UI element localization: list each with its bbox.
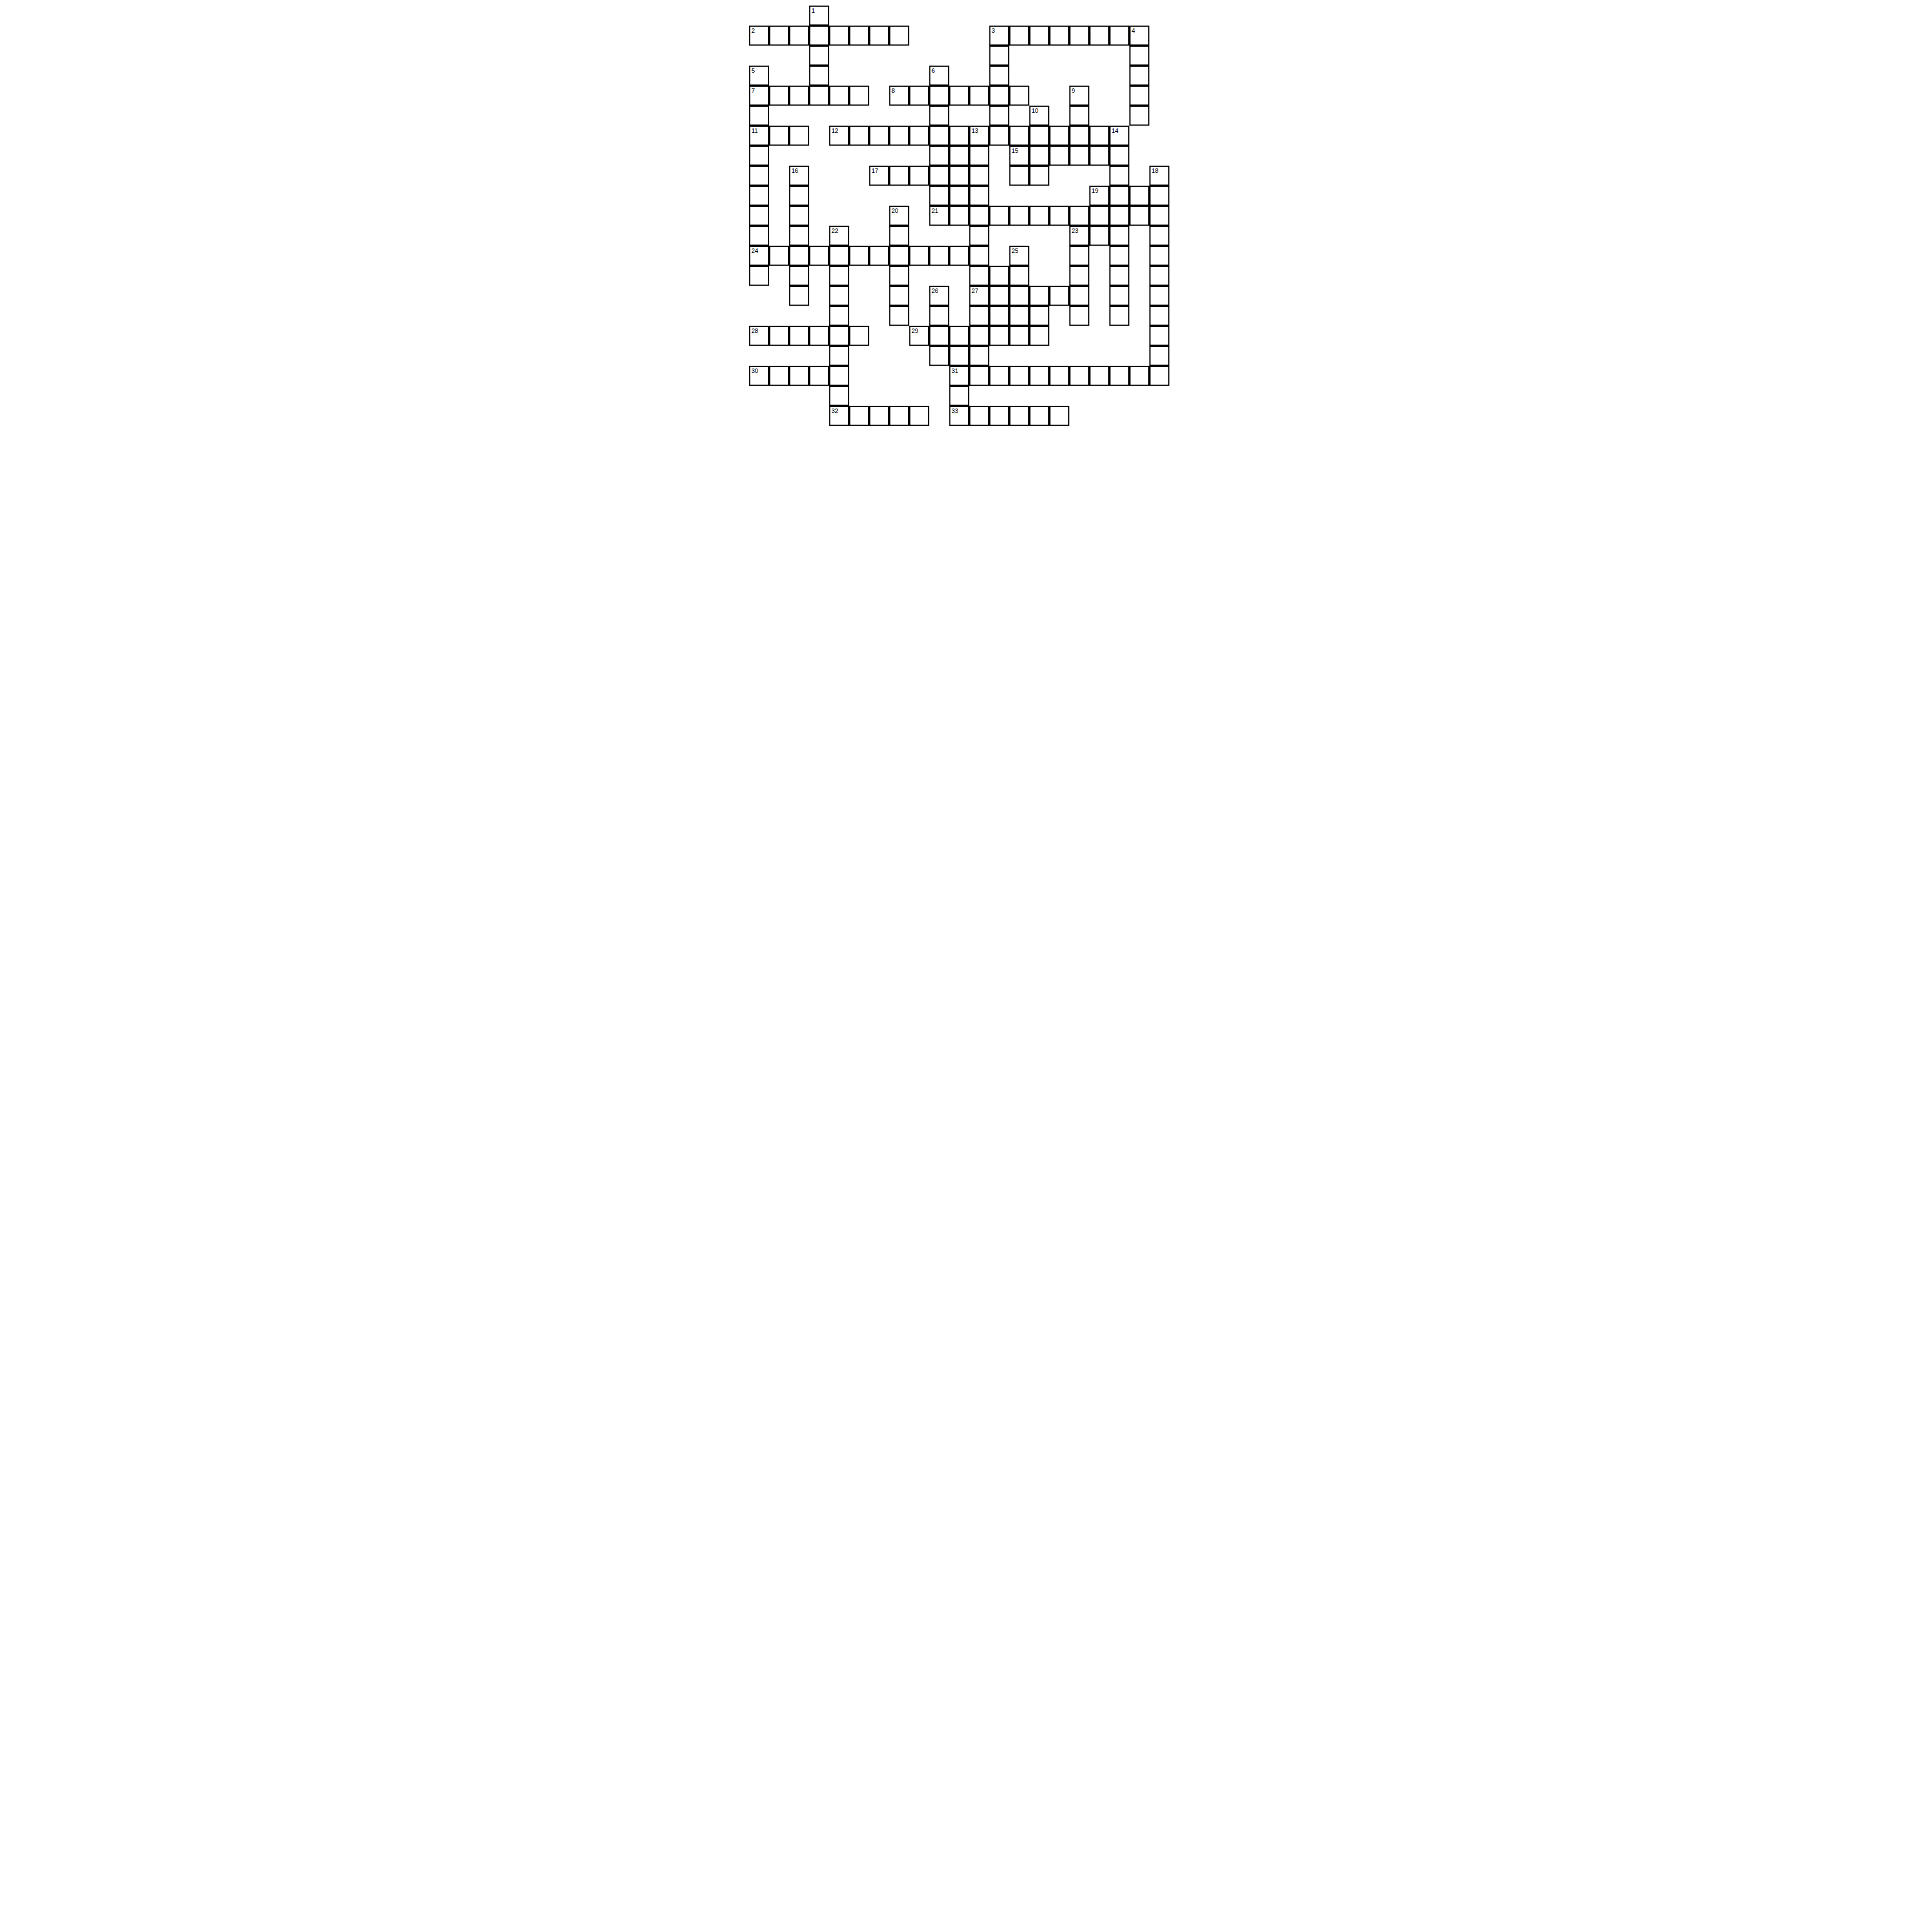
cell-r2c12[interactable]: [989, 46, 1009, 66]
cell-r8c2[interactable]: 16: [789, 166, 809, 186]
cell-r10c0[interactable]: [749, 206, 769, 226]
block-r5c17: [1089, 106, 1109, 126]
block-r14c6: [869, 286, 889, 306]
cell-r10c17[interactable]: [1089, 206, 1109, 226]
cell-r0c3[interactable]: 1: [809, 6, 829, 26]
block-r7c1: [769, 146, 789, 166]
cell-r10c20[interactable]: [1149, 206, 1169, 226]
cell-r14c15[interactable]: [1049, 286, 1069, 306]
cell-r1c16[interactable]: [1069, 26, 1089, 46]
cell-r11c11[interactable]: [969, 226, 989, 246]
cell-r18c20[interactable]: [1149, 366, 1169, 386]
cell-r15c11[interactable]: [969, 306, 989, 326]
cell-r1c12[interactable]: 3: [989, 26, 1009, 46]
cell-r7c17[interactable]: [1089, 146, 1109, 166]
cell-r1c15[interactable]: [1049, 26, 1069, 46]
cell-r12c9[interactable]: [929, 246, 949, 266]
block-r15c2: [789, 306, 809, 326]
cell-r20c13[interactable]: [1009, 406, 1029, 426]
block-r2c1: [769, 46, 789, 66]
cell-r19c10[interactable]: [949, 386, 969, 406]
block-r12c15: [1049, 246, 1069, 266]
cell-r5c19[interactable]: [1129, 106, 1149, 126]
cell-r8c0[interactable]: [749, 166, 769, 186]
cell-r4c7[interactable]: 8: [889, 86, 909, 106]
cell-r4c9[interactable]: [929, 86, 949, 106]
block-r15c17: [1089, 306, 1109, 326]
block-r17c16: [1069, 346, 1089, 366]
cell-r16c4[interactable]: [829, 326, 849, 346]
cell-r7c16[interactable]: [1069, 146, 1089, 166]
cell-r9c0[interactable]: [749, 186, 769, 206]
block-r8c4: [829, 166, 849, 186]
cell-r4c12[interactable]: [989, 86, 1009, 106]
cell-r8c14[interactable]: [1029, 166, 1049, 186]
cell-r10c7[interactable]: 20: [889, 206, 909, 226]
cell-r6c5[interactable]: [849, 126, 869, 146]
cell-r10c13[interactable]: [1009, 206, 1029, 226]
cell-r1c14[interactable]: [1029, 26, 1049, 46]
block-r16c7: [889, 326, 909, 346]
cell-r7c11[interactable]: [969, 146, 989, 166]
cell-r17c4[interactable]: [829, 346, 849, 366]
block-r9c1: [769, 186, 789, 206]
block-r15c6: [869, 306, 889, 326]
cell-r9c20[interactable]: [1149, 186, 1169, 206]
block-r2c4: [829, 46, 849, 66]
block-r5c11: [969, 106, 989, 126]
cell-r18c10[interactable]: 31: [949, 366, 969, 386]
block-r19c6: [869, 386, 889, 406]
clue-number-18: 18: [1152, 167, 1158, 174]
cell-r8c10[interactable]: [949, 166, 969, 186]
cell-r6c0[interactable]: 11: [749, 126, 769, 146]
cell-r9c11[interactable]: [969, 186, 989, 206]
cell-r1c0[interactable]: 2: [749, 26, 769, 46]
block-r9c16: [1069, 186, 1089, 206]
cell-r12c16[interactable]: [1069, 246, 1089, 266]
cell-r17c20[interactable]: [1149, 346, 1169, 366]
cell-r13c18[interactable]: [1109, 266, 1129, 286]
cell-r1c19[interactable]: 4: [1129, 26, 1149, 46]
cell-r20c5[interactable]: [849, 406, 869, 426]
cell-r8c20[interactable]: 18: [1149, 166, 1169, 186]
cell-r14c4[interactable]: [829, 286, 849, 306]
cell-r13c2[interactable]: [789, 266, 809, 286]
cell-r10c2[interactable]: [789, 206, 809, 226]
cell-r7c13[interactable]: 15: [1009, 146, 1029, 166]
cell-r9c17[interactable]: 19: [1089, 186, 1109, 206]
block-r0c5: [849, 6, 869, 26]
cell-r14c7[interactable]: [889, 286, 909, 306]
cell-r15c4[interactable]: [829, 306, 849, 326]
cell-r10c10[interactable]: [949, 206, 969, 226]
cell-r6c18[interactable]: 14: [1109, 126, 1129, 146]
cell-r14c11[interactable]: 27: [969, 286, 989, 306]
cell-r1c2[interactable]: [789, 26, 809, 46]
block-r5c20: [1149, 106, 1169, 126]
cell-r6c4[interactable]: 12: [829, 126, 849, 146]
cell-r18c18[interactable]: [1109, 366, 1129, 386]
cell-r4c3[interactable]: [809, 86, 829, 106]
block-r3c14: [1029, 66, 1049, 86]
block-r2c5: [849, 46, 869, 66]
cell-r3c0[interactable]: 5: [749, 66, 769, 86]
cell-r20c8[interactable]: [909, 406, 929, 426]
block-r17c18: [1109, 346, 1129, 366]
cell-r10c19[interactable]: [1129, 206, 1149, 226]
cell-r16c10[interactable]: [949, 326, 969, 346]
cell-r14c16[interactable]: [1069, 286, 1089, 306]
cell-r6c9[interactable]: [929, 126, 949, 146]
cell-r10c16[interactable]: [1069, 206, 1089, 226]
cell-r20c14[interactable]: [1029, 406, 1049, 426]
cell-r15c12[interactable]: [989, 306, 1009, 326]
block-r0c14: [1029, 6, 1049, 26]
block-r3c16: [1069, 66, 1089, 86]
cell-r12c3[interactable]: [809, 246, 829, 266]
cell-r12c20[interactable]: [1149, 246, 1169, 266]
cell-r18c13[interactable]: [1009, 366, 1029, 386]
cell-r1c5[interactable]: [849, 26, 869, 46]
cell-r16c0[interactable]: 28: [749, 326, 769, 346]
block-r6c19: [1129, 126, 1149, 146]
block-r4c20: [1149, 86, 1169, 106]
cell-r18c15[interactable]: [1049, 366, 1069, 386]
cell-r18c4[interactable]: [829, 366, 849, 386]
clue-number-26: 26: [932, 287, 938, 294]
cell-r4c2[interactable]: [789, 86, 809, 106]
cell-r10c11[interactable]: [969, 206, 989, 226]
cell-r2c3[interactable]: [809, 46, 829, 66]
cell-r18c0[interactable]: 30: [749, 366, 769, 386]
block-r17c5: [849, 346, 869, 366]
cell-r18c17[interactable]: [1089, 366, 1109, 386]
block-r13c3: [809, 266, 829, 286]
cell-r3c9[interactable]: 6: [929, 66, 949, 86]
cell-r6c14[interactable]: [1029, 126, 1049, 146]
cell-r12c7[interactable]: [889, 246, 909, 266]
block-r17c8: [909, 346, 929, 366]
cell-r1c1[interactable]: [769, 26, 789, 46]
cell-r20c6[interactable]: [869, 406, 889, 426]
cell-r16c20[interactable]: [1149, 326, 1169, 346]
cell-r7c15[interactable]: [1049, 146, 1069, 166]
cell-r20c4[interactable]: 32: [829, 406, 849, 426]
cell-r15c13[interactable]: [1009, 306, 1029, 326]
cell-r4c10[interactable]: [949, 86, 969, 106]
cell-r13c16[interactable]: [1069, 266, 1089, 286]
cell-r8c7[interactable]: [889, 166, 909, 186]
cell-r8c9[interactable]: [929, 166, 949, 186]
cell-r3c12[interactable]: [989, 66, 1009, 86]
cell-r12c0[interactable]: 24: [749, 246, 769, 266]
cell-r16c9[interactable]: [929, 326, 949, 346]
block-r0c11: [969, 6, 989, 26]
block-r5c1: [769, 106, 789, 126]
cell-r4c8[interactable]: [909, 86, 929, 106]
cell-r14c13[interactable]: [1009, 286, 1029, 306]
block-r11c3: [809, 226, 829, 246]
cell-r16c13[interactable]: [1009, 326, 1029, 346]
block-r3c6: [869, 66, 889, 86]
cell-r6c7[interactable]: [889, 126, 909, 146]
cell-r9c10[interactable]: [949, 186, 969, 206]
block-r2c11: [969, 46, 989, 66]
cell-r15c14[interactable]: [1029, 306, 1049, 326]
block-r8c16: [1069, 166, 1089, 186]
clue-number-4: 4: [1132, 27, 1135, 34]
cell-r9c18[interactable]: [1109, 186, 1129, 206]
cell-r16c12[interactable]: [989, 326, 1009, 346]
block-r17c17: [1089, 346, 1109, 366]
cell-r1c18[interactable]: [1109, 26, 1129, 46]
cell-r17c10[interactable]: [949, 346, 969, 366]
cell-r13c20[interactable]: [1149, 266, 1169, 286]
block-r12c12: [989, 246, 1009, 266]
block-r20c18: [1109, 406, 1129, 426]
block-r7c7: [889, 146, 909, 166]
cell-r1c3[interactable]: [809, 26, 829, 46]
block-r19c15: [1049, 386, 1069, 406]
cell-r11c7[interactable]: [889, 226, 909, 246]
cell-r1c17[interactable]: [1089, 26, 1109, 46]
block-r14c8: [909, 286, 929, 306]
cell-r5c12[interactable]: [989, 106, 1009, 126]
cell-r6c13[interactable]: [1009, 126, 1029, 146]
block-r5c18: [1109, 106, 1129, 126]
cell-r11c20[interactable]: [1149, 226, 1169, 246]
cell-r1c7[interactable]: [889, 26, 909, 46]
block-r9c8: [909, 186, 929, 206]
cell-r14c18[interactable]: [1109, 286, 1129, 306]
cell-r13c0[interactable]: [749, 266, 769, 286]
block-r19c9: [929, 386, 949, 406]
cell-r1c13[interactable]: [1009, 26, 1029, 46]
cell-r16c1[interactable]: [769, 326, 789, 346]
block-r10c1: [769, 206, 789, 226]
cell-r5c14[interactable]: 10: [1029, 106, 1049, 126]
cell-r11c0[interactable]: [749, 226, 769, 246]
block-r0c15: [1049, 6, 1069, 26]
cell-r16c14[interactable]: [1029, 326, 1049, 346]
cell-r13c12[interactable]: [989, 266, 1009, 286]
clue-number-12: 12: [831, 127, 838, 134]
cell-r7c9[interactable]: [929, 146, 949, 166]
cell-r20c10[interactable]: 33: [949, 406, 969, 426]
cell-r10c12[interactable]: [989, 206, 1009, 226]
cell-r14c20[interactable]: [1149, 286, 1169, 306]
cell-r4c0[interactable]: 7: [749, 86, 769, 106]
cell-r8c13[interactable]: [1009, 166, 1029, 186]
block-r5c15: [1049, 106, 1069, 126]
cell-r13c7[interactable]: [889, 266, 909, 286]
cell-r5c16[interactable]: [1069, 106, 1089, 126]
cell-r2c19[interactable]: [1129, 46, 1149, 66]
cell-r12c8[interactable]: [909, 246, 929, 266]
cell-r6c1[interactable]: [769, 126, 789, 146]
cell-r12c2[interactable]: [789, 246, 809, 266]
cell-r1c6[interactable]: [869, 26, 889, 46]
cell-r11c2[interactable]: [789, 226, 809, 246]
cell-r4c19[interactable]: [1129, 86, 1149, 106]
block-r19c2: [789, 386, 809, 406]
cell-r18c12[interactable]: [989, 366, 1009, 386]
block-r14c5: [849, 286, 869, 306]
cell-r6c6[interactable]: [869, 126, 889, 146]
cell-r14c12[interactable]: [989, 286, 1009, 306]
block-r3c1: [769, 66, 789, 86]
cell-r11c18[interactable]: [1109, 226, 1129, 246]
clue-number-28: 28: [751, 327, 758, 334]
cell-r12c10[interactable]: [949, 246, 969, 266]
block-r0c2: [789, 6, 809, 26]
clue-number-9: 9: [1072, 87, 1075, 94]
clue-number-21: 21: [932, 207, 938, 214]
cell-r7c0[interactable]: [749, 146, 769, 166]
block-r7c2: [789, 146, 809, 166]
block-r2c18: [1109, 46, 1129, 66]
cell-r11c17[interactable]: [1089, 226, 1109, 246]
cell-r6c16[interactable]: [1069, 126, 1089, 146]
block-r5c8: [909, 106, 929, 126]
cell-r10c14[interactable]: [1029, 206, 1049, 226]
cell-r12c13[interactable]: 25: [1009, 246, 1029, 266]
cell-r12c18[interactable]: [1109, 246, 1129, 266]
block-r10c6: [869, 206, 889, 226]
cell-r12c5[interactable]: [849, 246, 869, 266]
cell-r18c11[interactable]: [969, 366, 989, 386]
cell-r10c15[interactable]: [1049, 206, 1069, 226]
block-r14c19: [1129, 286, 1149, 306]
cell-r14c9[interactable]: 26: [929, 286, 949, 306]
block-r8c15: [1049, 166, 1069, 186]
cell-r16c3[interactable]: [809, 326, 829, 346]
cell-r13c13[interactable]: [1009, 266, 1029, 286]
block-r19c13: [1009, 386, 1029, 406]
cell-r20c15[interactable]: [1049, 406, 1069, 426]
cell-r12c4[interactable]: [829, 246, 849, 266]
cell-r6c15[interactable]: [1049, 126, 1069, 146]
cell-r6c11[interactable]: 13: [969, 126, 989, 146]
cell-r18c14[interactable]: [1029, 366, 1049, 386]
cell-r19c4[interactable]: [829, 386, 849, 406]
cell-r4c13[interactable]: [1009, 86, 1029, 106]
cell-r17c11[interactable]: [969, 346, 989, 366]
cell-r15c7[interactable]: [889, 306, 909, 326]
cell-r18c19[interactable]: [1129, 366, 1149, 386]
clue-number-5: 5: [751, 67, 755, 74]
cell-r20c7[interactable]: [889, 406, 909, 426]
cell-r9c9[interactable]: [929, 186, 949, 206]
cell-r7c18[interactable]: [1109, 146, 1129, 166]
cell-r6c10[interactable]: [949, 126, 969, 146]
cell-r7c10[interactable]: [949, 146, 969, 166]
clue-number-22: 22: [831, 227, 838, 234]
cell-r11c16[interactable]: 23: [1069, 226, 1089, 246]
cell-r18c3[interactable]: [809, 366, 829, 386]
cell-r16c5[interactable]: [849, 326, 869, 346]
cell-r7c14[interactable]: [1029, 146, 1049, 166]
cell-r10c9[interactable]: 21: [929, 206, 949, 226]
cell-r18c16[interactable]: [1069, 366, 1089, 386]
cell-r16c2[interactable]: [789, 326, 809, 346]
block-r1c10: [949, 26, 969, 46]
cell-r18c1[interactable]: [769, 366, 789, 386]
block-r5c5: [849, 106, 869, 126]
block-r10c5: [849, 206, 869, 226]
block-r2c13: [1009, 46, 1029, 66]
block-r13c8: [909, 266, 929, 286]
block-r17c6: [869, 346, 889, 366]
clue-number-14: 14: [1112, 127, 1118, 134]
cell-r12c6[interactable]: [869, 246, 889, 266]
cell-r14c2[interactable]: [789, 286, 809, 306]
clue-number-8: 8: [892, 87, 895, 94]
cell-r9c19[interactable]: [1129, 186, 1149, 206]
cell-r15c9[interactable]: [929, 306, 949, 326]
cell-r4c16[interactable]: 9: [1069, 86, 1089, 106]
block-r13c14: [1029, 266, 1049, 286]
cell-r15c20[interactable]: [1149, 306, 1169, 326]
cell-r12c11[interactable]: [969, 246, 989, 266]
cell-r9c2[interactable]: [789, 186, 809, 206]
cell-r6c2[interactable]: [789, 126, 809, 146]
cell-r6c8[interactable]: [909, 126, 929, 146]
cell-r8c11[interactable]: [969, 166, 989, 186]
cell-r8c6[interactable]: 17: [869, 166, 889, 186]
cell-r8c8[interactable]: [909, 166, 929, 186]
cell-r16c11[interactable]: [969, 326, 989, 346]
cell-r10c18[interactable]: [1109, 206, 1129, 226]
block-r15c0: [749, 306, 769, 326]
cell-r20c12[interactable]: [989, 406, 1009, 426]
block-r20c0: [749, 406, 769, 426]
block-r10c8: [909, 206, 929, 226]
cell-r18c2[interactable]: [789, 366, 809, 386]
cell-r4c5[interactable]: [849, 86, 869, 106]
clue-number-15: 15: [1012, 147, 1018, 154]
block-r2c7: [889, 46, 909, 66]
cell-r6c17[interactable]: [1089, 126, 1109, 146]
block-r3c4: [829, 66, 849, 86]
cell-r12c1[interactable]: [769, 246, 789, 266]
cell-r15c16[interactable]: [1069, 306, 1089, 326]
cell-r17c9[interactable]: [929, 346, 949, 366]
cell-r1c4[interactable]: [829, 26, 849, 46]
cell-r11c4[interactable]: 22: [829, 226, 849, 246]
cell-r3c3[interactable]: [809, 66, 829, 86]
block-r19c12: [989, 386, 1009, 406]
block-r17c2: [789, 346, 809, 366]
cell-r3c19[interactable]: [1129, 66, 1149, 86]
cell-r6c12[interactable]: [989, 126, 1009, 146]
cell-r15c18[interactable]: [1109, 306, 1129, 326]
cell-r5c0[interactable]: [749, 106, 769, 126]
cell-r8c18[interactable]: [1109, 166, 1129, 186]
block-r5c6: [869, 106, 889, 126]
block-r19c1: [769, 386, 789, 406]
cell-r13c11[interactable]: [969, 266, 989, 286]
cell-r16c8[interactable]: 29: [909, 326, 929, 346]
cell-r14c14[interactable]: [1029, 286, 1049, 306]
cell-r5c9[interactable]: [929, 106, 949, 126]
cell-r20c11[interactable]: [969, 406, 989, 426]
cell-r4c1[interactable]: [769, 86, 789, 106]
cell-r4c4[interactable]: [829, 86, 849, 106]
cell-r4c11[interactable]: [969, 86, 989, 106]
cell-r13c4[interactable]: [829, 266, 849, 286]
